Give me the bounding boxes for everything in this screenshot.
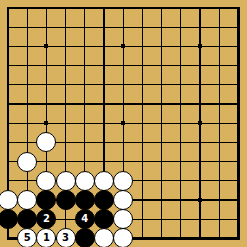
go-stone-white[interactable] [36,132,56,152]
go-stone-white[interactable] [94,171,114,191]
go-diagram: 24513 [0,0,247,247]
go-stone-black[interactable] [36,190,56,210]
hoshi-point [44,121,48,125]
go-stone-black[interactable]: 2 [36,209,56,229]
hoshi-point [121,44,125,48]
go-board[interactable]: 24513 [0,0,247,247]
move-number-label: 2 [43,214,50,224]
go-stone-white[interactable]: 3 [56,228,76,247]
go-stone-white[interactable] [94,228,114,247]
board-grid-line-vertical [219,7,220,240]
go-stone-white[interactable] [17,152,37,172]
go-stone-white[interactable]: 1 [36,228,56,247]
hoshi-point [198,198,202,202]
go-stone-white[interactable] [17,190,37,210]
board-grid-line-vertical [237,7,239,240]
move-number-label: 1 [43,233,50,243]
move-number-label: 4 [81,214,88,224]
go-stone-white[interactable] [56,171,76,191]
hoshi-point [198,44,202,48]
go-stone-black[interactable] [0,209,18,229]
go-stone-black[interactable]: 4 [75,209,95,229]
go-stone-white[interactable] [113,190,133,210]
board-grid-line-vertical [161,7,162,240]
go-stone-white[interactable] [75,171,95,191]
go-stone-white[interactable] [36,171,56,191]
move-number-label: 5 [24,233,31,243]
move-number-label: 3 [62,233,69,243]
go-stone-white[interactable] [113,209,133,229]
board-grid-line-vertical [142,7,143,240]
hoshi-point [198,121,202,125]
go-stone-black[interactable] [75,190,95,210]
board-grid-line-vertical [180,7,181,240]
hoshi-point [44,44,48,48]
go-stone-white[interactable] [0,190,18,210]
board-grid-line-horizontal [7,161,240,162]
go-stone-black[interactable] [75,228,95,247]
go-stone-white[interactable] [113,171,133,191]
go-stone-black[interactable] [17,209,37,229]
go-stone-white[interactable]: 5 [17,228,37,247]
go-stone-black[interactable] [94,209,114,229]
go-stone-white[interactable] [113,228,133,247]
hoshi-point [121,121,125,125]
go-stone-black[interactable] [56,190,76,210]
go-stone-black[interactable] [94,190,114,210]
